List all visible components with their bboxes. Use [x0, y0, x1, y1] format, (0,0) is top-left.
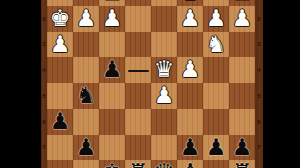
piece-black-pawn-h6[interactable]: ♟	[47, 109, 73, 135]
square-h4[interactable]	[47, 57, 73, 83]
square-f3[interactable]	[99, 32, 125, 58]
square-g8[interactable]	[73, 160, 99, 168]
piece-black-queen-d8[interactable]: ♛	[151, 160, 177, 168]
piece-white-pawn-f2[interactable]: ♟	[99, 6, 125, 32]
square-a6[interactable]	[229, 109, 255, 135]
piece-black-rook-a8[interactable]: ♜	[229, 160, 255, 168]
square-h8[interactable]	[47, 160, 73, 168]
square-f6[interactable]	[99, 109, 125, 135]
square-b6[interactable]	[203, 109, 229, 135]
square-a3[interactable]	[229, 32, 255, 58]
piece-black-pawn-b7[interactable]: ♟	[203, 135, 229, 161]
piece-white-bishop-c1[interactable]: ♝	[177, 0, 203, 6]
piece-black-pawn-f4[interactable]: ♟	[99, 57, 125, 83]
chess-video-frame: 234567 234567 ♜♝♛♜♚♟♟♟♟♟♟♞♟♛♟♞♟♟♟♟♟♟♚♜♝♜	[0, 0, 300, 168]
square-f7[interactable]	[99, 135, 125, 161]
square-c3[interactable]	[177, 32, 203, 58]
square-g6[interactable]	[73, 109, 99, 135]
square-e4[interactable]	[125, 57, 151, 83]
square-d2[interactable]	[151, 6, 177, 32]
rank-label-right-5: 5	[255, 92, 263, 100]
piece-black-pawn-a7[interactable]: ♟	[229, 135, 255, 161]
square-a4[interactable]	[229, 57, 255, 83]
piece-black-pawn-c7[interactable]: ♟	[177, 135, 203, 161]
square-g3[interactable]	[73, 32, 99, 58]
piece-white-pawn-h3[interactable]: ♟	[47, 32, 73, 58]
square-h7[interactable]	[47, 135, 73, 161]
rank-label-right-7: 7	[255, 143, 263, 151]
piece-black-bishop-c8[interactable]: ♝	[177, 160, 203, 168]
square-b4[interactable]	[203, 57, 229, 83]
square-d3[interactable]	[151, 32, 177, 58]
square-d7[interactable]	[151, 135, 177, 161]
piece-white-pawn-c4[interactable]: ♟	[177, 57, 203, 83]
square-b5[interactable]	[203, 83, 229, 109]
square-e6[interactable]	[125, 109, 151, 135]
square-g4[interactable]	[73, 57, 99, 83]
piece-black-rook-e8[interactable]: ♜	[125, 160, 151, 168]
square-e5[interactable]	[125, 83, 151, 109]
square-e2[interactable]	[125, 6, 151, 32]
square-e3[interactable]	[125, 32, 151, 58]
square-d6[interactable]	[151, 109, 177, 135]
piece-white-pawn-c2[interactable]: ♟	[177, 6, 203, 32]
piece-black-king-f8[interactable]: ♚	[99, 160, 125, 168]
square-e7[interactable]	[125, 135, 151, 161]
piece-white-pawn-a2[interactable]: ♟	[229, 6, 255, 32]
rank-label-right-3: 3	[255, 40, 263, 48]
piece-white-rook-a1[interactable]: ♜	[229, 0, 255, 6]
square-c5[interactable]	[177, 83, 203, 109]
piece-black-pawn-g7[interactable]: ♟	[73, 135, 99, 161]
piece-white-queen-d4[interactable]: ♛	[151, 57, 177, 83]
piece-white-pawn-d5[interactable]: ♟	[151, 83, 177, 109]
piece-white-knight-b3[interactable]: ♞	[203, 32, 229, 58]
rank-label-right-6: 6	[255, 118, 263, 126]
square-b8[interactable]	[203, 160, 229, 168]
rank-labels-right: 234567	[255, 0, 263, 168]
piece-white-pawn-g2[interactable]: ♟	[73, 6, 99, 32]
chess-board: 234567 234567 ♜♝♛♜♚♟♟♟♟♟♟♞♟♛♟♞♟♟♟♟♟♟♚♜♝♜	[41, 0, 263, 168]
square-a5[interactable]	[229, 83, 255, 109]
rank-label-right-2: 2	[255, 15, 263, 23]
piece-white-king-h2[interactable]: ♚	[47, 6, 73, 32]
square-h5[interactable]	[47, 83, 73, 109]
rank-label-right-4: 4	[255, 66, 263, 74]
piece-black-knight-g5[interactable]: ♞	[73, 83, 99, 109]
piece-white-rook-f1[interactable]: ♜	[99, 0, 125, 6]
square-c6[interactable]	[177, 109, 203, 135]
piece-white-pawn-b2[interactable]: ♟	[203, 6, 229, 32]
square-f5[interactable]	[99, 83, 125, 109]
